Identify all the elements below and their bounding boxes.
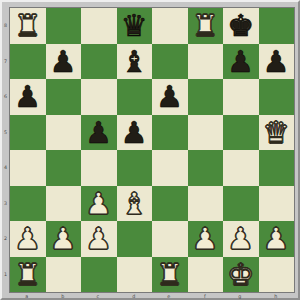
piece-black-pawn-e6[interactable]: ♟ bbox=[152, 79, 188, 115]
file-label-d: d bbox=[119, 294, 147, 300]
piece-black-pawn-b7[interactable]: ♟ bbox=[46, 44, 82, 80]
piece-white-queen-h5[interactable]: ♛ bbox=[259, 115, 295, 151]
square-f5[interactable] bbox=[188, 115, 224, 151]
square-e4[interactable] bbox=[152, 150, 188, 186]
piece-white-bishop-d3[interactable]: ♝ bbox=[117, 186, 153, 222]
square-e5[interactable] bbox=[152, 115, 188, 151]
square-b3[interactable] bbox=[46, 186, 82, 222]
square-g1[interactable]: ♚ bbox=[223, 257, 259, 293]
square-d2[interactable] bbox=[117, 221, 153, 257]
piece-white-pawn-c3[interactable]: ♟ bbox=[81, 186, 117, 222]
square-b6[interactable] bbox=[46, 79, 82, 115]
square-h8[interactable] bbox=[259, 8, 295, 44]
square-f7[interactable] bbox=[188, 44, 224, 80]
square-e1[interactable]: ♜ bbox=[152, 257, 188, 293]
rank-label-4: 4 bbox=[3, 153, 9, 181]
rank-label-1: 1 bbox=[3, 259, 9, 287]
square-g2[interactable]: ♟ bbox=[223, 221, 259, 257]
square-g6[interactable] bbox=[223, 79, 259, 115]
square-a3[interactable] bbox=[10, 186, 46, 222]
file-label-b: b bbox=[48, 294, 76, 300]
piece-black-pawn-d5[interactable]: ♟ bbox=[117, 115, 153, 151]
rank-label-2: 2 bbox=[3, 224, 9, 252]
square-g8[interactable]: ♚ bbox=[223, 8, 259, 44]
piece-black-pawn-a6[interactable]: ♟ bbox=[10, 79, 46, 115]
square-a4[interactable] bbox=[10, 150, 46, 186]
square-e2[interactable] bbox=[152, 221, 188, 257]
square-h6[interactable] bbox=[259, 79, 295, 115]
square-c2[interactable]: ♟ bbox=[81, 221, 117, 257]
square-b4[interactable] bbox=[46, 150, 82, 186]
square-c1[interactable] bbox=[81, 257, 117, 293]
square-c5[interactable]: ♟ bbox=[81, 115, 117, 151]
square-a6[interactable]: ♟ bbox=[10, 79, 46, 115]
square-d4[interactable] bbox=[117, 150, 153, 186]
rank-label-8: 8 bbox=[3, 11, 9, 39]
square-h1[interactable] bbox=[259, 257, 295, 293]
square-d3[interactable]: ♝ bbox=[117, 186, 153, 222]
piece-black-pawn-c5[interactable]: ♟ bbox=[81, 115, 117, 151]
square-g5[interactable] bbox=[223, 115, 259, 151]
piece-white-rook-e1[interactable]: ♜ bbox=[152, 257, 188, 293]
piece-white-rook-f8[interactable]: ♜ bbox=[188, 8, 224, 44]
square-a7[interactable] bbox=[10, 44, 46, 80]
square-h4[interactable] bbox=[259, 150, 295, 186]
file-label-h: h bbox=[261, 294, 289, 300]
square-e6[interactable]: ♟ bbox=[152, 79, 188, 115]
rank-label-3: 3 bbox=[3, 188, 9, 216]
square-g7[interactable]: ♟ bbox=[223, 44, 259, 80]
square-b7[interactable]: ♟ bbox=[46, 44, 82, 80]
square-d1[interactable] bbox=[117, 257, 153, 293]
rank-label-6: 6 bbox=[3, 82, 9, 110]
square-b2[interactable]: ♟ bbox=[46, 221, 82, 257]
square-e8[interactable] bbox=[152, 8, 188, 44]
square-h5[interactable]: ♛ bbox=[259, 115, 295, 151]
square-f6[interactable] bbox=[188, 79, 224, 115]
square-a1[interactable]: ♜ bbox=[10, 257, 46, 293]
square-e7[interactable] bbox=[152, 44, 188, 80]
file-label-e: e bbox=[155, 294, 183, 300]
square-e3[interactable] bbox=[152, 186, 188, 222]
piece-black-king-g8[interactable]: ♚ bbox=[223, 8, 259, 44]
square-f3[interactable] bbox=[188, 186, 224, 222]
square-a2[interactable]: ♟ bbox=[10, 221, 46, 257]
piece-black-pawn-h7[interactable]: ♟ bbox=[259, 44, 295, 80]
square-f1[interactable] bbox=[188, 257, 224, 293]
piece-white-rook-a1[interactable]: ♜ bbox=[10, 257, 46, 293]
piece-black-bishop-d7[interactable]: ♝ bbox=[117, 44, 153, 80]
square-d6[interactable] bbox=[117, 79, 153, 115]
piece-white-pawn-a2[interactable]: ♟ bbox=[10, 221, 46, 257]
piece-white-king-g1[interactable]: ♚ bbox=[223, 257, 259, 293]
file-labels: abcdefgh bbox=[9, 293, 293, 300]
square-a5[interactable] bbox=[10, 115, 46, 151]
square-c6[interactable] bbox=[81, 79, 117, 115]
file-label-f: f bbox=[190, 294, 218, 300]
square-d7[interactable]: ♝ bbox=[117, 44, 153, 80]
square-b1[interactable] bbox=[46, 257, 82, 293]
chess-board: ♜♛♜♚♟♝♟♟♟♟♟♟♛♟♝♟♟♟♟♟♟♜♜♚ bbox=[9, 7, 295, 293]
square-f4[interactable] bbox=[188, 150, 224, 186]
square-h2[interactable]: ♟ bbox=[259, 221, 295, 257]
board-frame: 87654321 ♜♛♜♚♟♝♟♟♟♟♟♟♛♟♝♟♟♟♟♟♟♜♜♚ abcdef… bbox=[0, 0, 300, 300]
piece-black-pawn-g7[interactable]: ♟ bbox=[223, 44, 259, 80]
square-d5[interactable]: ♟ bbox=[117, 115, 153, 151]
square-h3[interactable] bbox=[259, 186, 295, 222]
piece-white-pawn-c2[interactable]: ♟ bbox=[81, 221, 117, 257]
square-b8[interactable] bbox=[46, 8, 82, 44]
rank-label-5: 5 bbox=[3, 117, 9, 145]
rank-labels: 87654321 bbox=[2, 7, 9, 291]
file-label-g: g bbox=[226, 294, 254, 300]
piece-white-pawn-g2[interactable]: ♟ bbox=[223, 221, 259, 257]
file-label-a: a bbox=[13, 294, 41, 300]
piece-black-queen-d8[interactable]: ♛ bbox=[117, 8, 153, 44]
square-b5[interactable] bbox=[46, 115, 82, 151]
square-f8[interactable]: ♜ bbox=[188, 8, 224, 44]
piece-white-rook-a8[interactable]: ♜ bbox=[10, 8, 46, 44]
square-d8[interactable]: ♛ bbox=[117, 8, 153, 44]
square-c3[interactable]: ♟ bbox=[81, 186, 117, 222]
piece-white-pawn-f2[interactable]: ♟ bbox=[188, 221, 224, 257]
square-c4[interactable] bbox=[81, 150, 117, 186]
piece-white-pawn-b2[interactable]: ♟ bbox=[46, 221, 82, 257]
square-c7[interactable] bbox=[81, 44, 117, 80]
square-g4[interactable] bbox=[223, 150, 259, 186]
rank-label-7: 7 bbox=[3, 46, 9, 74]
file-label-c: c bbox=[84, 294, 112, 300]
square-g3[interactable] bbox=[223, 186, 259, 222]
piece-white-pawn-h2[interactable]: ♟ bbox=[259, 221, 295, 257]
square-h7[interactable]: ♟ bbox=[259, 44, 295, 80]
square-f2[interactable]: ♟ bbox=[188, 221, 224, 257]
square-c8[interactable] bbox=[81, 8, 117, 44]
square-a8[interactable]: ♜ bbox=[10, 8, 46, 44]
